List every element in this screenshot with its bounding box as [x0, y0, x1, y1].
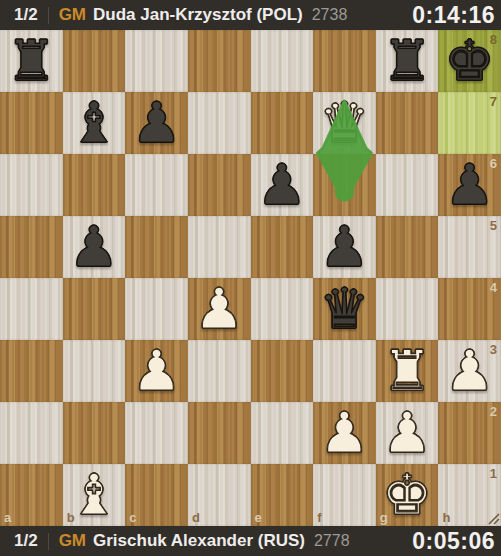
square-d1[interactable]: d	[188, 464, 251, 526]
player-bar-bottom: 1/2 GM Grischuk Alexander (RUS) 2778 0:0…	[0, 526, 501, 556]
square-h7[interactable]: 7	[438, 92, 501, 154]
coord-file-a: a	[4, 510, 11, 525]
square-b2[interactable]	[63, 402, 126, 464]
square-h4[interactable]: 4	[438, 278, 501, 340]
square-h5[interactable]: 5	[438, 216, 501, 278]
piece-bp-f5[interactable]: ♟	[313, 216, 376, 278]
square-f6[interactable]	[313, 154, 376, 216]
square-h6[interactable]: ♟6	[438, 154, 501, 216]
board-area: ♜♜♚8♝♟♛7♟♟6♟♟5♟♛4♟♜♟3♟♟2a♝bcdef♚g1h	[0, 30, 501, 526]
piece-wq-f7[interactable]: ♛	[313, 92, 376, 154]
square-g4[interactable]	[376, 278, 439, 340]
coord-file-f: f	[317, 510, 321, 525]
square-g5[interactable]	[376, 216, 439, 278]
square-f1[interactable]: f	[313, 464, 376, 526]
top-player-rating: 2738	[312, 6, 348, 24]
square-b7[interactable]: ♝	[63, 92, 126, 154]
square-h3[interactable]: ♟3	[438, 340, 501, 402]
square-c6[interactable]	[125, 154, 188, 216]
square-d2[interactable]	[188, 402, 251, 464]
coord-file-g: g	[380, 510, 388, 525]
square-d4[interactable]: ♟	[188, 278, 251, 340]
square-g8[interactable]: ♜	[376, 30, 439, 92]
player-bar-top: 1/2 GM Duda Jan-Krzysztof (POL) 2738 0:1…	[0, 0, 501, 30]
square-g6[interactable]	[376, 154, 439, 216]
piece-br-g8[interactable]: ♜	[376, 30, 439, 92]
bottom-player-title: GM	[59, 531, 86, 551]
square-b5[interactable]: ♟	[63, 216, 126, 278]
coord-file-d: d	[192, 510, 200, 525]
square-a4[interactable]	[0, 278, 63, 340]
bottom-player-name[interactable]: Grischuk Alexander (RUS)	[93, 531, 305, 551]
square-d7[interactable]	[188, 92, 251, 154]
piece-wp-g2[interactable]: ♟	[376, 402, 439, 464]
bar-divider	[48, 533, 49, 550]
piece-wr-g3[interactable]: ♜	[376, 340, 439, 402]
piece-bp-e6[interactable]: ♟	[251, 154, 314, 216]
coord-rank-2: 2	[490, 404, 497, 419]
square-h2[interactable]: 2	[438, 402, 501, 464]
top-player-score: 1/2	[14, 5, 38, 25]
square-f3[interactable]	[313, 340, 376, 402]
coord-rank-6: 6	[490, 156, 497, 171]
square-a7[interactable]	[0, 92, 63, 154]
square-e3[interactable]	[251, 340, 314, 402]
square-c1[interactable]: c	[125, 464, 188, 526]
square-b1[interactable]: ♝b	[63, 464, 126, 526]
square-c5[interactable]	[125, 216, 188, 278]
square-a6[interactable]	[0, 154, 63, 216]
square-a5[interactable]	[0, 216, 63, 278]
square-e8[interactable]	[251, 30, 314, 92]
top-player-name[interactable]: Duda Jan-Krzysztof (POL)	[93, 5, 303, 25]
square-g1[interactable]: ♚g	[376, 464, 439, 526]
piece-wp-f2[interactable]: ♟	[313, 402, 376, 464]
square-g2[interactable]: ♟	[376, 402, 439, 464]
square-c3[interactable]: ♟	[125, 340, 188, 402]
bar-divider	[48, 7, 49, 24]
square-f4[interactable]: ♛	[313, 278, 376, 340]
square-e5[interactable]	[251, 216, 314, 278]
board[interactable]: ♜♜♚8♝♟♛7♟♟6♟♟5♟♛4♟♜♟3♟♟2a♝bcdef♚g1h	[0, 30, 501, 526]
square-d5[interactable]	[188, 216, 251, 278]
coord-file-h: h	[442, 510, 450, 525]
coord-file-c: c	[129, 510, 136, 525]
board-resize-handle[interactable]	[486, 511, 500, 525]
square-f8[interactable]	[313, 30, 376, 92]
coord-rank-5: 5	[490, 218, 497, 233]
square-e1[interactable]: e	[251, 464, 314, 526]
bottom-player-rating: 2778	[314, 532, 350, 550]
square-b8[interactable]	[63, 30, 126, 92]
square-a3[interactable]	[0, 340, 63, 402]
piece-bp-c7[interactable]: ♟	[125, 92, 188, 154]
square-c8[interactable]	[125, 30, 188, 92]
square-b4[interactable]	[63, 278, 126, 340]
square-e2[interactable]	[251, 402, 314, 464]
coord-rank-8: 8	[490, 32, 497, 47]
piece-wp-d4[interactable]: ♟	[188, 278, 251, 340]
square-d3[interactable]	[188, 340, 251, 402]
coord-rank-3: 3	[490, 342, 497, 357]
square-g7[interactable]	[376, 92, 439, 154]
coord-file-b: b	[67, 510, 75, 525]
square-c2[interactable]	[125, 402, 188, 464]
square-f7[interactable]: ♛	[313, 92, 376, 154]
square-e6[interactable]: ♟	[251, 154, 314, 216]
piece-br-a8[interactable]: ♜	[0, 30, 63, 92]
coord-file-e: e	[255, 510, 262, 525]
coord-rank-4: 4	[490, 280, 497, 295]
square-e4[interactable]	[251, 278, 314, 340]
piece-bq-f4[interactable]: ♛	[313, 278, 376, 340]
coord-rank-7: 7	[490, 94, 497, 109]
square-c4[interactable]	[125, 278, 188, 340]
top-player-clock: 0:14:16	[412, 2, 495, 29]
square-a2[interactable]	[0, 402, 63, 464]
piece-bb-b7[interactable]: ♝	[63, 92, 126, 154]
piece-bp-b5[interactable]: ♟	[63, 216, 126, 278]
square-a1[interactable]: a	[0, 464, 63, 526]
square-c7[interactable]: ♟	[125, 92, 188, 154]
square-b6[interactable]	[63, 154, 126, 216]
square-f2[interactable]: ♟	[313, 402, 376, 464]
top-player-title: GM	[59, 5, 86, 25]
bottom-player-clock: 0:05:06	[412, 528, 495, 555]
bottom-player-score: 1/2	[14, 531, 38, 551]
square-a8[interactable]: ♜	[0, 30, 63, 92]
square-f5[interactable]: ♟	[313, 216, 376, 278]
square-g3[interactable]: ♜	[376, 340, 439, 402]
chess-tv-window: 1/2 GM Duda Jan-Krzysztof (POL) 2738 0:1…	[0, 0, 501, 556]
piece-wp-c3[interactable]: ♟	[125, 340, 188, 402]
square-b3[interactable]	[63, 340, 126, 402]
square-h8[interactable]: ♚8	[438, 30, 501, 92]
square-d8[interactable]	[188, 30, 251, 92]
square-e7[interactable]	[251, 92, 314, 154]
coord-rank-1: 1	[490, 466, 497, 481]
square-d6[interactable]	[188, 154, 251, 216]
